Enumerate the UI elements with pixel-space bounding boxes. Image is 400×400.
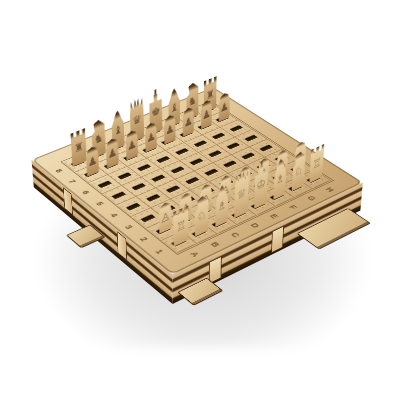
piece-white-bishop-c1[interactable]: ♗: [212, 180, 230, 228]
piece-slot: [244, 135, 257, 142]
piece-glyph: ♖: [171, 215, 189, 237]
piece-silhouette: ♗: [212, 180, 230, 228]
piece-slot: [223, 160, 237, 167]
piece-glyph: ♟: [123, 135, 140, 154]
piece-glyph: ♘: [192, 205, 210, 226]
piece-slot: [126, 203, 141, 211]
piece-glyph: ♘: [290, 161, 307, 181]
piece-slot: [146, 194, 160, 202]
piece-slot: [226, 142, 239, 149]
piece-glyph: ♔: [252, 174, 269, 195]
piece-slot: [259, 145, 272, 152]
piece-slot: [194, 140, 207, 147]
piece-slot: [111, 191, 125, 199]
piece-silhouette: ♕: [232, 166, 250, 219]
piece-white-queen-d1[interactable]: ♕: [232, 166, 250, 219]
piece-glyph: ♟: [216, 98, 232, 117]
piece-slot: [140, 214, 155, 222]
piece-slot: [241, 152, 255, 159]
piece-slot: [189, 158, 203, 165]
piece-slot: [170, 166, 184, 173]
piece-slot: [166, 185, 180, 192]
piece-slot: [175, 148, 189, 155]
piece-glyph: ♟: [198, 105, 214, 124]
piece-glyph: ♕: [232, 183, 249, 204]
piece-slot: [137, 164, 151, 171]
piece-slot: [97, 181, 111, 188]
piece-glyph: ♟: [161, 120, 177, 139]
piece-glyph: ♗: [271, 169, 288, 189]
piece-slot: [208, 150, 222, 157]
piece-glyph: ♟: [103, 143, 121, 163]
piece-silhouette: ♔: [252, 155, 270, 210]
piece-slot: [156, 156, 170, 163]
piece-slot: [212, 133, 225, 140]
piece-slot: [131, 183, 145, 190]
piece-slot: [185, 177, 199, 184]
latch-clip[interactable]: [63, 187, 73, 215]
product-photo-scene: 87654321 ABCDEFGH ♜♞♝♛♚♝♞♜♟♟♟♟♟♟♟♟♙♙♙♙♙♙…: [0, 0, 400, 400]
piece-glyph: ♟: [83, 151, 101, 171]
piece-glyph: ♖: [308, 153, 325, 173]
piece-glyph: ♗: [212, 195, 230, 216]
piece-glyph: ♟: [142, 127, 159, 146]
latch-clip[interactable]: [271, 226, 284, 254]
latch-clip[interactable]: [117, 231, 127, 261]
piece-slot: [230, 125, 243, 131]
piece-glyph: ♟: [180, 112, 196, 131]
piece-white-king-e1[interactable]: ♔: [252, 155, 270, 210]
piece-slot: [151, 175, 165, 182]
piece-slot: [204, 169, 218, 176]
square-c5[interactable]: [142, 169, 176, 188]
